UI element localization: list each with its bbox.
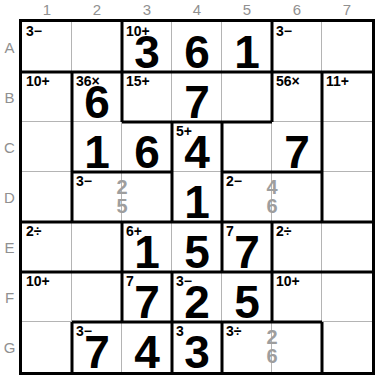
col-label-2: 2 bbox=[72, 0, 122, 19]
cell-B1[interactable]: 10+ bbox=[22, 72, 72, 122]
cell-D1[interactable] bbox=[22, 172, 72, 222]
cell-E1[interactable]: 2÷ bbox=[22, 222, 72, 272]
cell-G3[interactable]: 4 bbox=[122, 322, 172, 372]
cell-E6[interactable]: 2÷ bbox=[272, 222, 322, 272]
cell-E5[interactable]: 77 bbox=[222, 222, 272, 272]
cell-value-F5: 5 bbox=[222, 272, 272, 322]
cell-B2[interactable]: 36×6 bbox=[72, 72, 122, 122]
row-label-D: D bbox=[0, 172, 19, 222]
cell-F2[interactable] bbox=[72, 272, 122, 322]
cage-clue-A3: 10+ bbox=[126, 23, 150, 39]
cage-clue-B3: 15+ bbox=[126, 73, 150, 89]
cell-C1[interactable] bbox=[22, 122, 72, 172]
cell-E3[interactable]: 6+1 bbox=[122, 222, 172, 272]
col-label-3: 3 bbox=[122, 0, 172, 19]
cage-clue-G2: 3− bbox=[76, 323, 92, 339]
cell-value-C3: 6 bbox=[122, 122, 172, 172]
cell-C5[interactable] bbox=[222, 122, 272, 172]
cage-clue-G4: 3 bbox=[176, 323, 184, 339]
cell-D2[interactable]: 3− bbox=[72, 172, 122, 222]
cell-F6[interactable]: 10+ bbox=[272, 272, 322, 322]
cell-value-C6: 7 bbox=[272, 122, 322, 172]
cell-B4[interactable]: 7 bbox=[172, 72, 222, 122]
cell-value-A5: 1 bbox=[222, 22, 272, 72]
row-label-E: E bbox=[0, 222, 19, 272]
cell-value-B4: 7 bbox=[172, 72, 222, 122]
cell-G5[interactable]: 3÷ bbox=[222, 322, 272, 372]
cage-clue-B6: 56× bbox=[276, 73, 300, 89]
cell-value-A4: 6 bbox=[172, 22, 222, 72]
cell-F4[interactable]: 3−2 bbox=[172, 272, 222, 322]
cell-E2[interactable] bbox=[72, 222, 122, 272]
cell-G7[interactable] bbox=[322, 322, 372, 372]
row-label-B: B bbox=[0, 72, 19, 122]
cage-clue-F6: 10+ bbox=[276, 273, 300, 289]
cell-E4[interactable]: 5 bbox=[172, 222, 222, 272]
cell-A1[interactable]: 3− bbox=[22, 22, 72, 72]
cell-B6[interactable]: 56× bbox=[272, 72, 322, 122]
cell-E7[interactable] bbox=[322, 222, 372, 272]
cell-A2[interactable] bbox=[72, 22, 122, 72]
col-label-5: 5 bbox=[222, 0, 272, 19]
cell-G1[interactable] bbox=[22, 322, 72, 372]
cell-F1[interactable]: 10+ bbox=[22, 272, 72, 322]
cell-D3[interactable] bbox=[122, 172, 172, 222]
cell-C4[interactable]: 5+4 bbox=[172, 122, 222, 172]
row-label-A: A bbox=[0, 22, 19, 72]
cell-C6[interactable]: 7 bbox=[272, 122, 322, 172]
col-label-7: 7 bbox=[322, 0, 372, 19]
cell-B3[interactable]: 15+ bbox=[122, 72, 172, 122]
cage-clue-E3: 6+ bbox=[126, 223, 142, 239]
cell-B5[interactable] bbox=[222, 72, 272, 122]
kenken-puzzle: 3−10+3613−10+36×615+756×11+165+473−12−2÷… bbox=[0, 0, 375, 375]
cage-clue-F3: 7 bbox=[126, 273, 134, 289]
cell-A5[interactable]: 1 bbox=[222, 22, 272, 72]
cage-clue-C4: 5+ bbox=[176, 123, 192, 139]
cell-C3[interactable]: 6 bbox=[122, 122, 172, 172]
cell-G2[interactable]: 3−7 bbox=[72, 322, 122, 372]
row-label-C: C bbox=[0, 122, 19, 172]
cage-clue-B7: 11+ bbox=[326, 73, 349, 89]
col-label-6: 6 bbox=[272, 0, 322, 19]
cage-clue-F1: 10+ bbox=[26, 273, 50, 289]
cell-A4[interactable]: 6 bbox=[172, 22, 222, 72]
cage-clue-E1: 2÷ bbox=[26, 223, 41, 239]
cage-clue-D2: 3− bbox=[76, 173, 92, 189]
cage-clue-E6: 2÷ bbox=[276, 223, 291, 239]
cell-G6[interactable] bbox=[272, 322, 322, 372]
cell-value-C2: 1 bbox=[72, 122, 122, 172]
cage-clue-F4: 3− bbox=[176, 273, 192, 289]
cell-G4[interactable]: 33 bbox=[172, 322, 222, 372]
row-label-G: G bbox=[0, 322, 19, 372]
cell-A7[interactable] bbox=[322, 22, 372, 72]
cell-D5[interactable]: 2− bbox=[222, 172, 272, 222]
cage-clue-E5: 7 bbox=[226, 223, 234, 239]
kenken-board: 3−10+3613−10+36×615+756×11+165+473−12−2÷… bbox=[19, 19, 375, 375]
cell-B7[interactable]: 11+ bbox=[322, 72, 372, 122]
cell-value-G3: 4 bbox=[122, 322, 172, 372]
cell-F5[interactable]: 5 bbox=[222, 272, 272, 322]
cell-D6[interactable] bbox=[272, 172, 322, 222]
cage-clue-G5: 3÷ bbox=[226, 323, 241, 339]
cell-C2[interactable]: 1 bbox=[72, 122, 122, 172]
cell-F7[interactable] bbox=[322, 272, 372, 322]
cell-D7[interactable] bbox=[322, 172, 372, 222]
col-label-1: 1 bbox=[22, 0, 72, 19]
row-label-F: F bbox=[0, 272, 19, 322]
cell-A6[interactable]: 3− bbox=[272, 22, 322, 72]
cell-C7[interactable] bbox=[322, 122, 372, 172]
cage-clue-A1: 3− bbox=[26, 23, 42, 39]
col-label-4: 4 bbox=[172, 0, 222, 19]
cell-A3[interactable]: 10+3 bbox=[122, 22, 172, 72]
cage-clue-A6: 3− bbox=[276, 23, 292, 39]
cage-clue-D5: 2− bbox=[226, 173, 242, 189]
cell-value-E4: 5 bbox=[172, 222, 222, 272]
cell-value-D4: 1 bbox=[172, 172, 222, 222]
cell-D4[interactable]: 1 bbox=[172, 172, 222, 222]
cage-clue-B2: 36× bbox=[76, 73, 100, 89]
cell-F3[interactable]: 77 bbox=[122, 272, 172, 322]
cage-clue-B1: 10+ bbox=[26, 73, 50, 89]
